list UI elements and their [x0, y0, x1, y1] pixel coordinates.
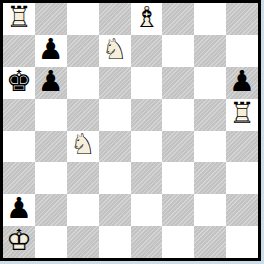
square-h6[interactable]: ♟	[226, 67, 258, 99]
square-f8[interactable]	[162, 3, 194, 35]
square-a5[interactable]	[3, 99, 35, 131]
square-c4[interactable]: ♞♘	[67, 131, 99, 163]
square-b3[interactable]	[35, 162, 67, 194]
white-knight: ♞♘	[67, 131, 99, 163]
square-a4[interactable]	[3, 131, 35, 163]
square-f5[interactable]	[162, 99, 194, 131]
square-d3[interactable]	[99, 162, 131, 194]
square-e4[interactable]	[131, 131, 163, 163]
square-d1[interactable]	[99, 226, 131, 258]
square-g1[interactable]	[194, 226, 226, 258]
square-e8[interactable]: ♝♗	[131, 3, 163, 35]
square-g8[interactable]	[194, 3, 226, 35]
square-h3[interactable]	[226, 162, 258, 194]
square-h7[interactable]	[226, 35, 258, 67]
square-h4[interactable]	[226, 131, 258, 163]
square-d7[interactable]: ♞♘	[99, 35, 131, 67]
square-g2[interactable]	[194, 194, 226, 226]
square-f4[interactable]	[162, 131, 194, 163]
square-b1[interactable]	[35, 226, 67, 258]
square-c2[interactable]	[67, 194, 99, 226]
square-f3[interactable]	[162, 162, 194, 194]
square-g6[interactable]	[194, 67, 226, 99]
square-c6[interactable]	[67, 67, 99, 99]
square-a1[interactable]: ♚♔	[3, 226, 35, 258]
square-c3[interactable]	[67, 162, 99, 194]
square-e3[interactable]	[131, 162, 163, 194]
square-g4[interactable]	[194, 131, 226, 163]
square-e7[interactable]	[131, 35, 163, 67]
square-e2[interactable]	[131, 194, 163, 226]
square-a3[interactable]	[3, 162, 35, 194]
square-g3[interactable]	[194, 162, 226, 194]
diagram-stage: ♜♖♝♗♟♞♘♚♟♟♜♖♞♘♟♚♔	[0, 0, 264, 264]
board-frame: ♜♖♝♗♟♞♘♚♟♟♜♖♞♘♟♚♔	[0, 0, 261, 261]
square-h8[interactable]	[226, 3, 258, 35]
square-h1[interactable]	[226, 226, 258, 258]
square-d4[interactable]	[99, 131, 131, 163]
black-pawn: ♟	[35, 67, 67, 99]
square-e1[interactable]	[131, 226, 163, 258]
square-c1[interactable]	[67, 226, 99, 258]
square-c5[interactable]	[67, 99, 99, 131]
square-b6[interactable]: ♟	[35, 67, 67, 99]
square-d6[interactable]	[99, 67, 131, 99]
square-b8[interactable]	[35, 3, 67, 35]
square-g5[interactable]	[194, 99, 226, 131]
black-pawn: ♟	[3, 194, 35, 226]
white-king: ♚♔	[3, 226, 35, 258]
white-rook: ♜♖	[226, 99, 258, 131]
square-d5[interactable]	[99, 99, 131, 131]
square-b2[interactable]	[35, 194, 67, 226]
square-f6[interactable]	[162, 67, 194, 99]
square-d8[interactable]	[99, 3, 131, 35]
black-pawn: ♟	[35, 35, 67, 67]
square-a6[interactable]: ♚	[3, 67, 35, 99]
white-knight: ♞♘	[99, 35, 131, 67]
square-c8[interactable]	[67, 3, 99, 35]
chess-board: ♜♖♝♗♟♞♘♚♟♟♜♖♞♘♟♚♔	[3, 3, 258, 258]
square-a2[interactable]: ♟	[3, 194, 35, 226]
square-b4[interactable]	[35, 131, 67, 163]
square-a7[interactable]	[3, 35, 35, 67]
square-h5[interactable]: ♜♖	[226, 99, 258, 131]
square-a8[interactable]: ♜♖	[3, 3, 35, 35]
white-rook: ♜♖	[3, 3, 35, 35]
square-b7[interactable]: ♟	[35, 35, 67, 67]
black-king: ♚	[3, 67, 35, 99]
square-b5[interactable]	[35, 99, 67, 131]
square-f2[interactable]	[162, 194, 194, 226]
square-f7[interactable]	[162, 35, 194, 67]
square-d2[interactable]	[99, 194, 131, 226]
square-c7[interactable]	[67, 35, 99, 67]
square-f1[interactable]	[162, 226, 194, 258]
square-e6[interactable]	[131, 67, 163, 99]
black-pawn: ♟	[226, 67, 258, 99]
square-h2[interactable]	[226, 194, 258, 226]
white-bishop: ♝♗	[131, 3, 163, 35]
square-g7[interactable]	[194, 35, 226, 67]
square-e5[interactable]	[131, 99, 163, 131]
